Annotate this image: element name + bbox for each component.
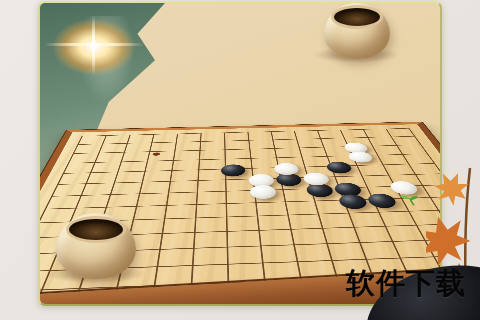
bowl-opening — [331, 5, 383, 29]
stone-bowl-top — [324, 3, 390, 59]
stone-bowl-bottom — [56, 213, 136, 279]
white-stone — [249, 185, 277, 199]
black-stone — [221, 164, 246, 177]
sprout-marker-icon — [396, 194, 426, 206]
white-stone — [302, 172, 331, 185]
white-stone — [388, 181, 421, 195]
black-stone — [337, 194, 369, 209]
star-point — [152, 152, 160, 155]
bowl-opening — [66, 216, 126, 243]
screenshot-stage: 软件下载 — [0, 0, 480, 320]
black-stone — [325, 161, 353, 173]
black-stone — [366, 193, 399, 208]
black-stone — [275, 173, 303, 186]
white-stone — [273, 163, 300, 175]
black-stone — [305, 183, 335, 197]
white-stone — [346, 151, 374, 162]
download-label[interactable]: 软件下载 — [346, 268, 480, 298]
game-scene-card — [38, 1, 442, 306]
